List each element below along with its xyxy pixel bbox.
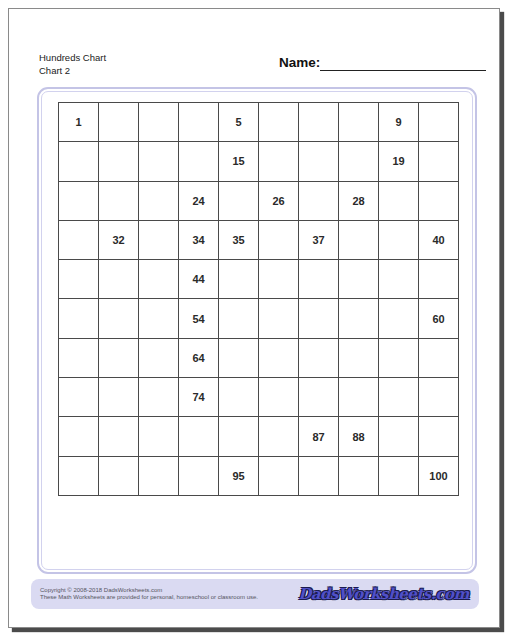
grid-cell-r9c10[interactable]: [419, 417, 459, 456]
grid-cell-r3c9[interactable]: [379, 182, 419, 221]
grid-cell-r6c7[interactable]: [299, 299, 339, 338]
grid-cell-r10c9[interactable]: [379, 457, 419, 496]
grid-cell-r10c10: 100: [419, 457, 459, 496]
grid-cell-r1c2[interactable]: [99, 103, 139, 142]
grid-cell-r8c8[interactable]: [339, 378, 379, 417]
page-title: Hundreds Chart: [39, 51, 106, 64]
grid-cell-r7c1[interactable]: [59, 339, 99, 378]
grid-cell-r7c4: 64: [179, 339, 219, 378]
grid-cell-r5c2[interactable]: [99, 260, 139, 299]
grid-cell-r7c8[interactable]: [339, 339, 379, 378]
grid-cell-r10c8[interactable]: [339, 457, 379, 496]
grid-cell-r1c8[interactable]: [339, 103, 379, 142]
grid-cell-r1c6[interactable]: [259, 103, 299, 142]
grid-cell-r10c7[interactable]: [299, 457, 339, 496]
grid-cell-r4c9[interactable]: [379, 221, 419, 260]
worksheet-page: Hundreds Chart Chart 2 Name: 15915192426…: [8, 8, 500, 628]
grid-cell-r9c4[interactable]: [179, 417, 219, 456]
grid-cell-r3c4: 24: [179, 182, 219, 221]
grid-cell-r1c10[interactable]: [419, 103, 459, 142]
grid-cell-r4c8[interactable]: [339, 221, 379, 260]
grid-cell-r6c1[interactable]: [59, 299, 99, 338]
grid-cell-r5c4: 44: [179, 260, 219, 299]
grid-cell-r3c1[interactable]: [59, 182, 99, 221]
grid-cell-r5c3[interactable]: [139, 260, 179, 299]
grid-cell-r4c4: 34: [179, 221, 219, 260]
grid-cell-r4c10: 40: [419, 221, 459, 260]
grid-cell-r7c6[interactable]: [259, 339, 299, 378]
grid-cell-r10c2[interactable]: [99, 457, 139, 496]
copyright-text: Copyright © 2008-2018 DadsWorksheets.com…: [40, 587, 258, 602]
copyright-line-1: Copyright © 2008-2018 DadsWorksheets.com: [40, 587, 258, 595]
grid-cell-r6c3[interactable]: [139, 299, 179, 338]
grid-cell-r7c9[interactable]: [379, 339, 419, 378]
grid-cell-r3c2[interactable]: [99, 182, 139, 221]
grid-cell-r2c4[interactable]: [179, 142, 219, 181]
name-input-line[interactable]: [320, 56, 486, 71]
grid-cell-r4c3[interactable]: [139, 221, 179, 260]
grid-cell-r10c1[interactable]: [59, 457, 99, 496]
name-block: Name:: [279, 55, 486, 71]
grid-cell-r8c7[interactable]: [299, 378, 339, 417]
grid-cell-r3c6: 26: [259, 182, 299, 221]
grid-cell-r5c10[interactable]: [419, 260, 459, 299]
grid-cell-r2c6[interactable]: [259, 142, 299, 181]
grid-cell-r6c5[interactable]: [219, 299, 259, 338]
grid-cell-r1c4[interactable]: [179, 103, 219, 142]
grid-cell-r3c7[interactable]: [299, 182, 339, 221]
grid-cell-r1c9: 9: [379, 103, 419, 142]
grid-cell-r4c6[interactable]: [259, 221, 299, 260]
grid-cell-r9c9[interactable]: [379, 417, 419, 456]
grid-cell-r7c7[interactable]: [299, 339, 339, 378]
grid-cell-r1c7[interactable]: [299, 103, 339, 142]
grid-cell-r9c5[interactable]: [219, 417, 259, 456]
grid-cell-r9c6[interactable]: [259, 417, 299, 456]
grid-cell-r3c5[interactable]: [219, 182, 259, 221]
grid-cell-r4c1[interactable]: [59, 221, 99, 260]
grid-cell-r8c2[interactable]: [99, 378, 139, 417]
grid-cell-r6c8[interactable]: [339, 299, 379, 338]
grid-cell-r5c1[interactable]: [59, 260, 99, 299]
grid-cell-r10c3[interactable]: [139, 457, 179, 496]
grid-cell-r3c3[interactable]: [139, 182, 179, 221]
grid-cell-r10c4[interactable]: [179, 457, 219, 496]
grid-cell-r8c5[interactable]: [219, 378, 259, 417]
grid-cell-r9c2[interactable]: [99, 417, 139, 456]
dadsworksheets-logo: DadsWorksheets.com: [298, 585, 469, 603]
grid-cell-r2c10[interactable]: [419, 142, 459, 181]
grid-cell-r8c1[interactable]: [59, 378, 99, 417]
grid-cell-r4c7: 37: [299, 221, 339, 260]
grid-cell-r8c9[interactable]: [379, 378, 419, 417]
grid-cell-r6c2[interactable]: [99, 299, 139, 338]
grid-cell-r10c5: 95: [219, 457, 259, 496]
grid-cell-r9c1[interactable]: [59, 417, 99, 456]
grid-cell-r8c10[interactable]: [419, 378, 459, 417]
footer: Copyright © 2008-2018 DadsWorksheets.com…: [31, 579, 479, 609]
grid-cell-r2c5: 15: [219, 142, 259, 181]
grid-cell-r2c2[interactable]: [99, 142, 139, 181]
grid-cell-r8c4: 74: [179, 378, 219, 417]
copyright-line-2: These Math Worksheets are provided for p…: [40, 594, 258, 602]
grid-cell-r5c6[interactable]: [259, 260, 299, 299]
title-block: Hundreds Chart Chart 2: [39, 51, 106, 77]
grid-cell-r2c1[interactable]: [59, 142, 99, 181]
grid-cell-r2c9: 19: [379, 142, 419, 181]
grid-cell-r6c10: 60: [419, 299, 459, 338]
grid-cell-r7c2[interactable]: [99, 339, 139, 378]
grid-cell-r5c8[interactable]: [339, 260, 379, 299]
grid-cell-r3c10[interactable]: [419, 182, 459, 221]
grid-cell-r9c3[interactable]: [139, 417, 179, 456]
name-label: Name:: [279, 55, 320, 71]
grid-cell-r5c5[interactable]: [219, 260, 259, 299]
grid-cell-r8c6[interactable]: [259, 378, 299, 417]
grid-cell-r1c3[interactable]: [139, 103, 179, 142]
grid-cell-r10c6[interactable]: [259, 457, 299, 496]
grid-cell-r1c5: 5: [219, 103, 259, 142]
grid-cell-r2c3[interactable]: [139, 142, 179, 181]
grid-cell-r4c5: 35: [219, 221, 259, 260]
grid-cell-r7c3[interactable]: [139, 339, 179, 378]
worksheet-frame: 1591519242628323435374044546064748788951…: [37, 87, 477, 574]
worksheet-frame-inner: 1591519242628323435374044546064748788951…: [41, 91, 473, 570]
grid-cell-r2c8[interactable]: [339, 142, 379, 181]
grid-cell-r5c9[interactable]: [379, 260, 419, 299]
page-subtitle: Chart 2: [39, 64, 106, 77]
hundreds-chart-grid: 1591519242628323435374044546064748788951…: [58, 102, 459, 496]
grid-cell-r7c5[interactable]: [219, 339, 259, 378]
grid-cell-r6c4: 54: [179, 299, 219, 338]
grid-cell-r6c9[interactable]: [379, 299, 419, 338]
grid-cell-r4c2: 32: [99, 221, 139, 260]
grid-cell-r9c8: 88: [339, 417, 379, 456]
grid-cell-r1c1: 1: [59, 103, 99, 142]
grid-cell-r6c6[interactable]: [259, 299, 299, 338]
grid-cell-r7c10[interactable]: [419, 339, 459, 378]
grid-cell-r8c3[interactable]: [139, 378, 179, 417]
grid-cell-r2c7[interactable]: [299, 142, 339, 181]
grid-cell-r5c7[interactable]: [299, 260, 339, 299]
grid-cell-r9c7: 87: [299, 417, 339, 456]
grid-cell-r3c8: 28: [339, 182, 379, 221]
